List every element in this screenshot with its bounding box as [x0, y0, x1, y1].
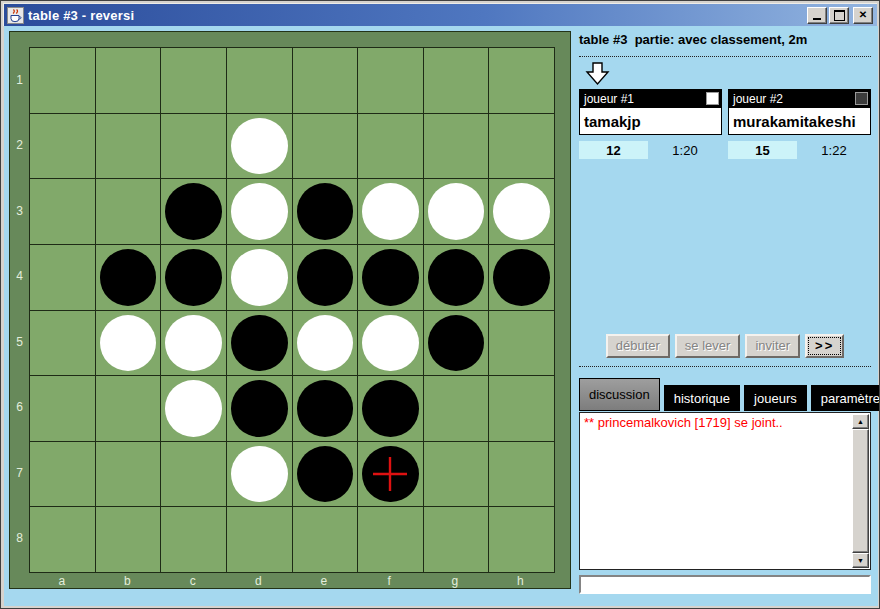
file-label-d: d	[226, 573, 292, 588]
cell-f1[interactable]	[358, 48, 423, 113]
dotted-divider	[579, 366, 871, 367]
cell-c2[interactable]	[161, 114, 226, 179]
cell-h8[interactable]	[489, 507, 554, 572]
cell-b7[interactable]	[96, 442, 161, 507]
black-disc	[231, 380, 288, 437]
chat-panel: ** princemalkovich [1719] se joint.. ▲ ▼	[579, 412, 871, 570]
window-controls: ✕	[807, 7, 877, 24]
chat-messages: ** princemalkovich [1719] se joint..	[582, 414, 850, 431]
down-arrow-icon: ▼	[857, 557, 864, 564]
black-disc	[165, 183, 222, 240]
black-disc	[493, 249, 550, 306]
player-seat-1[interactable]: joueur #1	[579, 89, 722, 108]
white-disc	[428, 183, 485, 240]
cell-d7[interactable]	[227, 442, 292, 507]
cell-f5[interactable]	[358, 311, 423, 376]
cell-c6[interactable]	[161, 376, 226, 441]
black-disc	[428, 315, 485, 372]
cell-b3[interactable]	[96, 179, 161, 244]
file-label-f: f	[357, 573, 423, 588]
white-disc	[165, 380, 222, 437]
tab-paramètres[interactable]: paramètres	[811, 385, 880, 411]
rank-label-1: 1	[10, 47, 29, 113]
cell-g3[interactable]	[424, 179, 489, 244]
cell-g2[interactable]	[424, 114, 489, 179]
cell-c5[interactable]	[161, 311, 226, 376]
cell-c4[interactable]	[161, 245, 226, 310]
up-arrow-icon: ▲	[857, 418, 864, 425]
cell-g4[interactable]	[424, 245, 489, 310]
black-disc	[231, 315, 288, 372]
rank-label-4: 4	[10, 244, 29, 310]
file-label-h: h	[488, 573, 554, 588]
cell-g8[interactable]	[424, 507, 489, 572]
cell-e2[interactable]	[293, 114, 358, 179]
cell-f8[interactable]	[358, 507, 423, 572]
cell-f3[interactable]	[358, 179, 423, 244]
black-disc	[297, 249, 354, 306]
score-badge: 15	[728, 141, 797, 159]
white-disc	[231, 249, 288, 306]
cell-d8[interactable]	[227, 507, 292, 572]
title-bar[interactable]: table #3 - reversi ✕	[3, 3, 877, 26]
scroll-down-button[interactable]: ▼	[852, 553, 869, 568]
cell-e7[interactable]	[293, 442, 358, 507]
cell-c7[interactable]	[161, 442, 226, 507]
score-row: 12 1:20	[579, 141, 722, 159]
cell-e6[interactable]	[293, 376, 358, 441]
cell-e4[interactable]	[293, 245, 358, 310]
cell-g1[interactable]	[424, 48, 489, 113]
dotted-divider	[579, 56, 871, 57]
tab-historique[interactable]: historique	[664, 385, 740, 411]
player-clock: 1:22	[797, 143, 871, 158]
white-disc	[493, 183, 550, 240]
player-name: murakamitakeshi	[728, 108, 871, 135]
file-label-b: b	[95, 573, 161, 588]
black-disc	[297, 380, 354, 437]
tab-joueurs[interactable]: joueurs	[744, 385, 807, 411]
player-seat-label: joueur #2	[733, 92, 783, 106]
white-disc	[100, 315, 157, 372]
cell-h7[interactable]	[489, 442, 554, 507]
cell-b4[interactable]	[96, 245, 161, 310]
cell-b6[interactable]	[96, 376, 161, 441]
cell-c3[interactable]	[161, 179, 226, 244]
white-disc	[297, 315, 354, 372]
cell-b8[interactable]	[96, 507, 161, 572]
file-label-g: g	[422, 573, 488, 588]
cell-d1[interactable]	[227, 48, 292, 113]
cell-h1[interactable]	[489, 48, 554, 113]
cell-h6[interactable]	[489, 376, 554, 441]
cell-b2[interactable]	[96, 114, 161, 179]
white-disc	[362, 183, 419, 240]
rank-label-7: 7	[10, 440, 29, 506]
chat-message: ** princemalkovich [1719] se joint..	[582, 414, 850, 431]
cell-h5[interactable]	[489, 311, 554, 376]
cell-h3[interactable]	[489, 179, 554, 244]
player-card-1[interactable]: joueur #1 tamakjp 12 1:20	[579, 89, 722, 159]
cell-h2[interactable]	[489, 114, 554, 179]
button-inviter[interactable]: inviter	[745, 334, 800, 358]
chat-scrollbar[interactable]: ▲ ▼	[852, 414, 869, 568]
black-disc	[297, 446, 354, 503]
minimize-button[interactable]	[807, 7, 827, 24]
cell-b5[interactable]	[96, 311, 161, 376]
cell-a2[interactable]	[30, 114, 95, 179]
score-badge: 12	[579, 141, 648, 159]
cell-e3[interactable]	[293, 179, 358, 244]
cell-d4[interactable]	[227, 245, 292, 310]
black-disc	[100, 249, 157, 306]
cell-h4[interactable]	[489, 245, 554, 310]
player-name: tamakjp	[579, 108, 722, 135]
close-icon: ✕	[859, 10, 867, 20]
score-row: 15 1:22	[728, 141, 871, 159]
button-more[interactable]: >>	[805, 334, 844, 358]
cell-a5[interactable]	[30, 311, 95, 376]
cell-a3[interactable]	[30, 179, 95, 244]
cell-a4[interactable]	[30, 245, 95, 310]
white-disc	[231, 118, 288, 175]
rank-label-5: 5	[10, 309, 29, 375]
black-disc	[165, 249, 222, 306]
maximize-button[interactable]	[829, 7, 849, 24]
player-card-2[interactable]: joueur #2 murakamitakeshi 15 1:22	[728, 89, 871, 159]
scroll-up-button[interactable]: ▲	[852, 414, 869, 429]
file-label-e: e	[291, 573, 357, 588]
cell-f4[interactable]	[358, 245, 423, 310]
black-disc	[428, 249, 485, 306]
cell-f7[interactable]	[358, 442, 423, 507]
rank-labels: 12345678	[10, 47, 29, 571]
player-seat-label: joueur #1	[584, 92, 634, 106]
black-disc	[297, 183, 354, 240]
player-clock: 1:20	[648, 143, 722, 158]
tab-discussion[interactable]: discussion	[579, 378, 660, 411]
java-coffee-icon	[7, 7, 24, 24]
button-d-buter[interactable]: débuter	[606, 334, 670, 358]
cell-a6[interactable]	[30, 376, 95, 441]
cell-c1[interactable]	[161, 48, 226, 113]
file-label-a: a	[29, 573, 95, 588]
table-info-header: table #3 partie: avec classement, 2m	[579, 32, 871, 47]
maximize-icon	[834, 10, 845, 21]
cell-g6[interactable]	[424, 376, 489, 441]
cell-f6[interactable]	[358, 376, 423, 441]
cell-e8[interactable]	[293, 507, 358, 572]
minimize-icon	[813, 18, 821, 20]
cell-g5[interactable]	[424, 311, 489, 376]
close-button[interactable]: ✕	[853, 7, 873, 24]
black-disc	[362, 446, 419, 503]
white-disc	[362, 315, 419, 372]
cell-d5[interactable]	[227, 311, 292, 376]
cell-e1[interactable]	[293, 48, 358, 113]
window-title: table #3 - reversi	[28, 8, 134, 23]
black-disc	[362, 249, 419, 306]
cell-f2[interactable]	[358, 114, 423, 179]
white-disc	[231, 446, 288, 503]
cell-a7[interactable]	[30, 442, 95, 507]
cell-d6[interactable]	[227, 376, 292, 441]
cell-d3[interactable]	[227, 179, 292, 244]
file-label-c: c	[160, 573, 226, 588]
cell-d2[interactable]	[227, 114, 292, 179]
cell-a1[interactable]	[30, 48, 95, 113]
chat-input[interactable]	[579, 575, 871, 594]
button-se-lever[interactable]: se lever	[675, 334, 741, 358]
cell-c8[interactable]	[161, 507, 226, 572]
white-disc	[231, 183, 288, 240]
rank-label-2: 2	[10, 113, 29, 179]
cell-b1[interactable]	[96, 48, 161, 113]
players-area: joueur #1 tamakjp 12 1:20 joueur #2 mura…	[579, 89, 871, 159]
cell-e5[interactable]	[293, 311, 358, 376]
window-content: 12345678 abcdefgh table #3 partie: avec …	[4, 26, 878, 606]
board-grid	[29, 47, 555, 573]
rank-label-8: 8	[10, 506, 29, 572]
file-labels: abcdefgh	[29, 573, 553, 588]
white-disc	[165, 315, 222, 372]
tab-bar: discussionhistoriquejoueursparamètres	[579, 378, 871, 411]
black-disc	[362, 380, 419, 437]
reversi-board: 12345678 abcdefgh	[9, 31, 571, 589]
player-piece-icon	[855, 92, 868, 105]
cell-a8[interactable]	[30, 507, 95, 572]
down-arrow-icon	[584, 61, 611, 87]
cell-g7[interactable]	[424, 442, 489, 507]
action-buttons: débuterse leverinviter>>	[579, 333, 871, 358]
rank-label-6: 6	[10, 375, 29, 441]
scrollbar-thumb[interactable]	[852, 429, 869, 553]
player-seat-2[interactable]: joueur #2	[728, 89, 871, 108]
rank-label-3: 3	[10, 178, 29, 244]
player-piece-icon	[706, 92, 719, 105]
